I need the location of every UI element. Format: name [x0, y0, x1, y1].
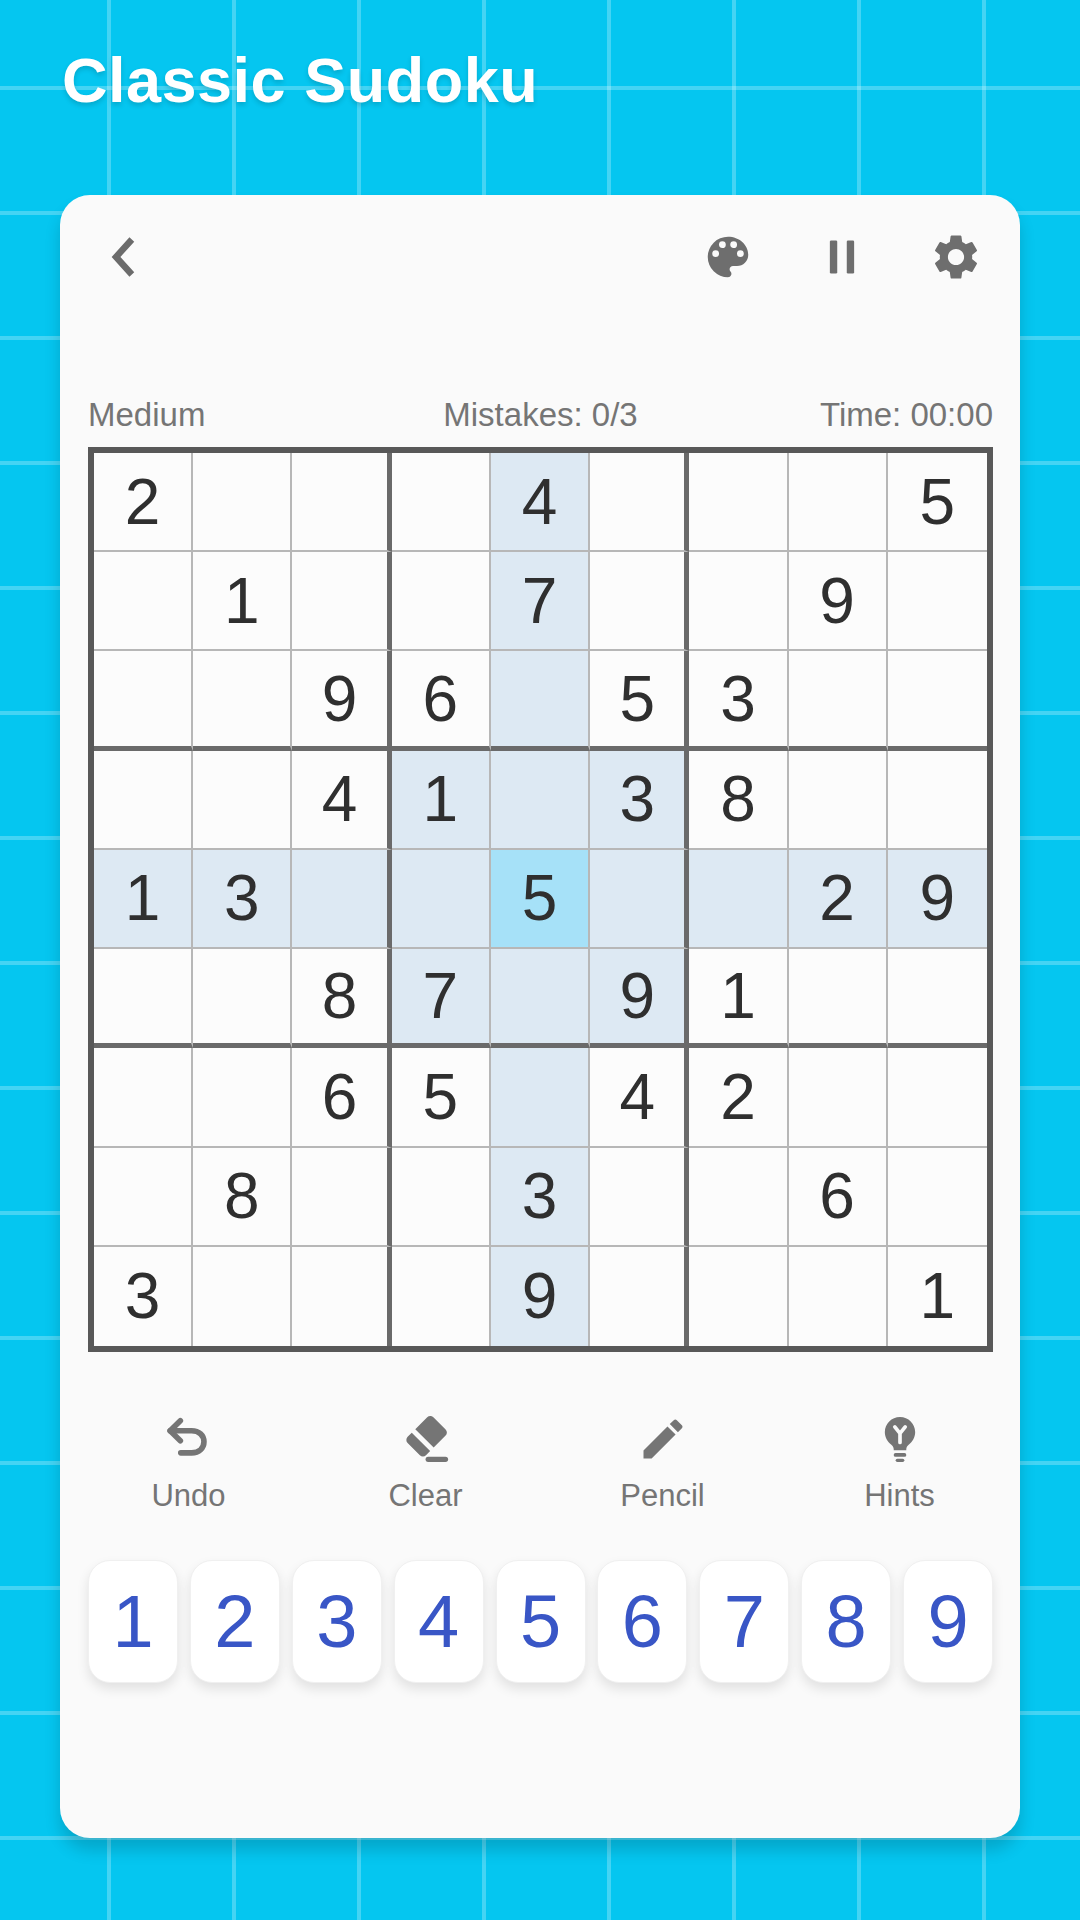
- cell-r2c9[interactable]: [888, 552, 987, 651]
- chevron-left-icon: [101, 232, 151, 282]
- status-bar: Medium Mistakes: 0/3 Time: 00:00: [88, 391, 993, 439]
- cell-r9c2[interactable]: [193, 1247, 292, 1346]
- pencil-label: Pencil: [620, 1478, 704, 1514]
- cell-r8c5[interactable]: 3: [491, 1148, 590, 1247]
- cell-r3c2[interactable]: [193, 651, 292, 750]
- numpad-5[interactable]: 5: [496, 1560, 586, 1683]
- page-title: Classic Sudoku: [62, 44, 538, 116]
- number-pad: 123456789: [88, 1560, 993, 1683]
- cell-r4c5[interactable]: [491, 751, 590, 850]
- cell-r1c9[interactable]: 5: [888, 453, 987, 552]
- gear-icon: [929, 230, 983, 284]
- cell-r8c3[interactable]: [292, 1148, 391, 1247]
- pause-icon: [816, 231, 868, 283]
- clear-button[interactable]: Clear: [307, 1413, 544, 1514]
- timer-label: Time: 00:00: [820, 396, 993, 434]
- cell-r9c3[interactable]: [292, 1247, 391, 1346]
- cell-r1c5[interactable]: 4: [491, 453, 590, 552]
- cell-r6c4[interactable]: 7: [392, 949, 491, 1048]
- cell-r1c4[interactable]: [392, 453, 491, 552]
- cell-r7c3[interactable]: 6: [292, 1048, 391, 1147]
- hints-label: Hints: [864, 1478, 935, 1514]
- cell-r7c1[interactable]: [94, 1048, 193, 1147]
- cell-r7c7[interactable]: 2: [689, 1048, 788, 1147]
- cell-r9c1[interactable]: 3: [94, 1247, 193, 1346]
- cell-r2c4[interactable]: [392, 552, 491, 651]
- numpad-1[interactable]: 1: [88, 1560, 178, 1683]
- cell-r4c1[interactable]: [94, 751, 193, 850]
- cell-r2c6[interactable]: [590, 552, 689, 651]
- cell-r4c7[interactable]: 8: [689, 751, 788, 850]
- numpad-4[interactable]: 4: [394, 1560, 484, 1683]
- cell-r6c8[interactable]: [789, 949, 888, 1048]
- cell-r4c6[interactable]: 3: [590, 751, 689, 850]
- cell-r2c2[interactable]: 1: [193, 552, 292, 651]
- hints-button[interactable]: Hints: [781, 1413, 1018, 1514]
- cell-r6c3[interactable]: 8: [292, 949, 391, 1048]
- undo-label: Undo: [151, 1478, 225, 1514]
- cell-r7c6[interactable]: 4: [590, 1048, 689, 1147]
- lightbulb-icon: [874, 1413, 926, 1465]
- cell-r6c7[interactable]: 1: [689, 949, 788, 1048]
- cell-r5c3[interactable]: [292, 850, 391, 949]
- cell-r7c8[interactable]: [789, 1048, 888, 1147]
- cell-r6c6[interactable]: 9: [590, 949, 689, 1048]
- cell-r2c1[interactable]: [94, 552, 193, 651]
- cell-r5c1[interactable]: 1: [94, 850, 193, 949]
- cell-r1c3[interactable]: [292, 453, 391, 552]
- cell-r7c4[interactable]: 5: [392, 1048, 491, 1147]
- cell-r5c9[interactable]: 9: [888, 850, 987, 949]
- cell-r6c1[interactable]: [94, 949, 193, 1048]
- cell-r1c6[interactable]: [590, 453, 689, 552]
- pause-button[interactable]: [814, 229, 870, 285]
- cell-r5c7[interactable]: [689, 850, 788, 949]
- cell-r2c8[interactable]: 9: [789, 552, 888, 651]
- cell-r4c9[interactable]: [888, 751, 987, 850]
- cell-r3c5[interactable]: [491, 651, 590, 750]
- cell-r9c7[interactable]: [689, 1247, 788, 1346]
- numpad-2[interactable]: 2: [190, 1560, 280, 1683]
- back-button[interactable]: [98, 229, 154, 285]
- cell-r6c5[interactable]: [491, 949, 590, 1048]
- cell-r9c5[interactable]: 9: [491, 1247, 590, 1346]
- cell-r3c1[interactable]: [94, 651, 193, 750]
- cell-r6c9[interactable]: [888, 949, 987, 1048]
- difficulty-label: Medium: [88, 396, 205, 434]
- cell-r9c6[interactable]: [590, 1247, 689, 1346]
- cell-r3c4[interactable]: 6: [392, 651, 491, 750]
- cell-r6c2[interactable]: [193, 949, 292, 1048]
- cell-r5c2[interactable]: 3: [193, 850, 292, 949]
- game-card: Medium Mistakes: 0/3 Time: 00:00 2451799…: [60, 195, 1020, 1838]
- cell-r8c6[interactable]: [590, 1148, 689, 1247]
- sudoku-board: 245179965341381352987916542836391: [88, 447, 993, 1352]
- undo-icon: [163, 1413, 215, 1465]
- cell-r3c7[interactable]: 3: [689, 651, 788, 750]
- cell-r4c8[interactable]: [789, 751, 888, 850]
- cell-r2c5[interactable]: 7: [491, 552, 590, 651]
- cell-r7c2[interactable]: [193, 1048, 292, 1147]
- cell-r3c3[interactable]: 9: [292, 651, 391, 750]
- numpad-8[interactable]: 8: [801, 1560, 891, 1683]
- numpad-7[interactable]: 7: [699, 1560, 789, 1683]
- cell-r4c3[interactable]: 4: [292, 751, 391, 850]
- settings-button[interactable]: [928, 229, 984, 285]
- pencil-button[interactable]: Pencil: [544, 1413, 781, 1514]
- cell-r2c3[interactable]: [292, 552, 391, 651]
- cell-r3c6[interactable]: 5: [590, 651, 689, 750]
- undo-button[interactable]: Undo: [70, 1413, 307, 1514]
- cell-r7c5[interactable]: [491, 1048, 590, 1147]
- cell-r1c1[interactable]: 2: [94, 453, 193, 552]
- cell-r3c8[interactable]: [789, 651, 888, 750]
- cell-r8c7[interactable]: [689, 1148, 788, 1247]
- cell-r5c8[interactable]: 2: [789, 850, 888, 949]
- palette-icon: [701, 230, 755, 284]
- cell-r3c9[interactable]: [888, 651, 987, 750]
- cell-r1c2[interactable]: [193, 453, 292, 552]
- eraser-icon: [400, 1413, 452, 1465]
- numpad-9[interactable]: 9: [903, 1560, 993, 1683]
- pencil-icon: [637, 1413, 689, 1465]
- cell-r9c4[interactable]: [392, 1247, 491, 1346]
- cell-r2c7[interactable]: [689, 552, 788, 651]
- cell-r5c4[interactable]: [392, 850, 491, 949]
- action-bar: Undo Clear Pencil: [70, 1413, 1018, 1514]
- cell-r5c6[interactable]: [590, 850, 689, 949]
- cell-r8c9[interactable]: [888, 1148, 987, 1247]
- clear-label: Clear: [388, 1478, 462, 1514]
- cell-r4c4[interactable]: 1: [392, 751, 491, 850]
- cell-r9c8[interactable]: [789, 1247, 888, 1346]
- cell-r4c2[interactable]: [193, 751, 292, 850]
- cell-r8c2[interactable]: 8: [193, 1148, 292, 1247]
- cell-r8c8[interactable]: 6: [789, 1148, 888, 1247]
- mistakes-label: Mistakes: 0/3: [443, 396, 637, 434]
- cell-r1c7[interactable]: [689, 453, 788, 552]
- theme-button[interactable]: [700, 229, 756, 285]
- cell-r8c1[interactable]: [94, 1148, 193, 1247]
- cell-r8c4[interactable]: [392, 1148, 491, 1247]
- cell-r1c8[interactable]: [789, 453, 888, 552]
- numpad-6[interactable]: 6: [597, 1560, 687, 1683]
- cell-r5c5[interactable]: 5: [491, 850, 590, 949]
- cell-r9c9[interactable]: 1: [888, 1247, 987, 1346]
- top-toolbar: [98, 229, 984, 285]
- cell-r7c9[interactable]: [888, 1048, 987, 1147]
- numpad-3[interactable]: 3: [292, 1560, 382, 1683]
